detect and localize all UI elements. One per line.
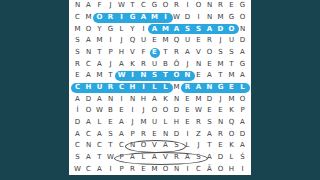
grid-cell[interactable]: D [215,152,226,164]
grid-cell[interactable]: E [72,70,83,82]
grid-cell[interactable]: R [215,128,226,140]
grid-cell[interactable]: R [105,12,116,24]
grid-cell[interactable]: E [226,0,237,12]
grid-cell[interactable]: I [127,105,138,117]
grid-cell[interactable]: R [193,117,204,129]
grid-cell[interactable]: Ś [237,152,248,164]
grid-cell[interactable]: M [94,70,105,82]
grid-cell[interactable]: L [237,82,248,94]
grid-cell[interactable]: S [72,152,83,164]
grid-cell[interactable]: W [116,70,127,82]
grid-cell[interactable]: I [105,163,116,175]
grid-cell[interactable]: O [193,0,204,12]
grid-cell[interactable]: J [138,105,149,117]
grid-cell[interactable]: A [72,128,83,140]
grid-cell[interactable]: A [193,82,204,94]
grid-cell[interactable]: H [127,82,138,94]
grid-cell[interactable]: S [193,23,204,35]
grid-cell[interactable]: M [149,12,160,24]
grid-cell[interactable]: M [83,12,94,24]
grid-cell[interactable]: Ã [204,163,215,175]
grid-cell[interactable]: O [237,12,248,24]
grid-cell[interactable]: N [83,140,94,152]
grid-cell[interactable]: I [138,23,149,35]
grid-cell[interactable]: A [116,58,127,70]
grid-cell[interactable]: D [237,35,248,47]
grid-cell[interactable]: E [182,117,193,129]
grid-cell[interactable]: P [127,128,138,140]
grid-cell[interactable]: P [105,47,116,59]
grid-cell[interactable]: F [94,0,105,12]
grid-cell[interactable]: N [193,58,204,70]
grid-cell[interactable]: A [94,58,105,70]
grid-cell[interactable]: E [193,70,204,82]
grid-cell[interactable]: D [182,12,193,24]
grid-cell[interactable]: S [72,35,83,47]
grid-cell[interactable]: O [160,0,171,12]
grid-cell[interactable]: O [160,105,171,117]
grid-cell[interactable]: T [127,0,138,12]
grid-cell[interactable]: I [116,93,127,105]
grid-cell[interactable]: Y [127,23,138,35]
grid-cell[interactable]: N [138,70,149,82]
grid-cell[interactable]: N [105,93,116,105]
grid-cell[interactable]: G [149,0,160,12]
grid-cell[interactable]: I [182,0,193,12]
grid-cell[interactable]: O [204,47,215,59]
grid-cell[interactable]: A [138,12,149,24]
grid-cell[interactable]: E [204,58,215,70]
grid-cell[interactable]: G [127,12,138,24]
grid-cell[interactable]: H [116,47,127,59]
grid-cell[interactable]: U [226,35,237,47]
grid-cell[interactable]: T [105,140,116,152]
grid-cell[interactable]: S [149,70,160,82]
grid-cell[interactable]: M [171,82,182,94]
grid-cell[interactable]: F [138,47,149,59]
grid-cell[interactable]: B [160,58,171,70]
grid-cell[interactable]: W [94,105,105,117]
grid-cell[interactable]: A [149,93,160,105]
grid-cell[interactable]: D [215,23,226,35]
grid-cell[interactable]: D [72,117,83,129]
grid-cell[interactable]: P [237,105,248,117]
word-search-board: NAFJWTCGORIONREGCMORIGAMIWDINMGOMOYGLYIA… [69,0,251,175]
grid-cell[interactable]: R [204,35,215,47]
grid-cell[interactable]: L [149,82,160,94]
grid-cell[interactable]: D [237,128,248,140]
grid-cell[interactable]: H [171,117,182,129]
grid-cell[interactable]: H [226,163,237,175]
grid-cell[interactable]: G [237,58,248,70]
grid-cell[interactable]: L [94,117,105,129]
grid-cell[interactable]: J [116,35,127,47]
grid-cell[interactable]: T [204,140,215,152]
grid-cell[interactable]: N [237,23,248,35]
grid-cell[interactable]: M [149,163,160,175]
grid-cell[interactable]: I [105,35,116,47]
grid-cell[interactable]: O [226,128,237,140]
grid-cell[interactable]: C [94,140,105,152]
grid-cell[interactable]: C [72,140,83,152]
grid-cell[interactable]: C [193,163,204,175]
grid-cell[interactable]: T [94,152,105,164]
grid-cell[interactable]: A [116,128,127,140]
grid-cell[interactable]: A [237,70,248,82]
grid-cell[interactable]: I [116,12,127,24]
grid-cell[interactable]: M [138,117,149,129]
grid-cell[interactable]: E [105,117,116,129]
grid-cell[interactable]: G [226,12,237,24]
grid-cell[interactable]: O [83,105,94,117]
grid-cell[interactable]: I [182,163,193,175]
grid-cell[interactable]: S [204,117,215,129]
grid-cell[interactable]: D [83,93,94,105]
grid-cell[interactable]: T [105,70,116,82]
grid-cell[interactable]: S [105,128,116,140]
circled-word-outline [125,140,186,153]
grid-cell[interactable]: Z [193,128,204,140]
grid-cell[interactable]: A [116,117,127,129]
grid-cell[interactable]: A [72,93,83,105]
grid-cell[interactable]: R [138,58,149,70]
grid-cell[interactable]: K [127,58,138,70]
grid-cell[interactable]: C [116,82,127,94]
grid-cell[interactable]: S [182,23,193,35]
grid-cell[interactable]: A [237,140,248,152]
grid-cell[interactable]: R [72,58,83,70]
grid-cell[interactable]: N [204,82,215,94]
grid-cell[interactable]: M [160,35,171,47]
grid-cell[interactable]: R [171,47,182,59]
grid-cell[interactable]: A [182,47,193,59]
grid-cell[interactable]: Q [127,35,138,47]
grid-cell[interactable]: I [160,12,171,24]
grid-cell[interactable]: A [83,35,94,47]
grid-cell[interactable]: T [160,70,171,82]
grid-cell[interactable]: C [83,58,94,70]
grid-cell[interactable]: C [138,0,149,12]
grid-cell[interactable]: S [72,47,83,59]
grid-cell[interactable]: A [204,70,215,82]
grid-cell[interactable]: Q [226,117,237,129]
grid-cell[interactable]: R [171,0,182,12]
grid-cell[interactable]: R [138,128,149,140]
grid-cell[interactable]: U [182,35,193,47]
grid-cell[interactable]: C [72,12,83,24]
grid-cell[interactable]: Ô [171,58,182,70]
grid-cell[interactable]: A [83,70,94,82]
grid-cell[interactable]: J [193,140,204,152]
grid-cell[interactable]: A [204,23,215,35]
grid-cell[interactable]: R [215,0,226,12]
grid-cell[interactable]: K [226,105,237,117]
grid-cell[interactable]: O [94,12,105,24]
grid-cell[interactable]: A [94,93,105,105]
grid-cell[interactable]: G [105,23,116,35]
grid-cell[interactable]: E [182,105,193,117]
grid-cell[interactable]: B [105,105,116,117]
grid-cell[interactable]: H [83,82,94,94]
grid-cell[interactable]: U [138,35,149,47]
grid-cell[interactable]: O [215,163,226,175]
grid-cell[interactable]: A [94,163,105,175]
grid-cell[interactable]: E [116,105,127,117]
grid-cell[interactable]: E [149,35,160,47]
grid-cell[interactable]: N [182,70,193,82]
grid-cell[interactable]: I [127,70,138,82]
grid-cell[interactable]: L [160,82,171,94]
grid-cell[interactable]: E [215,105,226,117]
grid-cell[interactable]: E [138,163,149,175]
grid-cell[interactable]: N [83,47,94,59]
grid-cell[interactable]: M [226,70,237,82]
grid-cell[interactable]: E [149,128,160,140]
grid-cell[interactable]: D [171,105,182,117]
grid-cell[interactable]: N [160,128,171,140]
grid-cell[interactable]: T [215,70,226,82]
grid-cell[interactable]: A [237,117,248,129]
grid-cell[interactable]: G [237,0,248,12]
grid-cell[interactable]: Q [171,35,182,47]
grid-cell[interactable]: C [83,128,94,140]
grid-cell[interactable]: J [105,58,116,70]
grid-cell[interactable]: U [149,117,160,129]
grid-cell[interactable]: I [237,163,248,175]
grid-cell[interactable]: I [138,82,149,94]
grid-cell[interactable]: W [116,0,127,12]
grid-cell[interactable]: C [83,163,94,175]
grid-cell[interactable]: I [182,128,193,140]
grid-cell[interactable]: R [105,82,116,94]
grid-cell[interactable]: E [182,93,193,105]
grid-cell[interactable]: V [127,47,138,59]
grid-cell[interactable]: N [171,93,182,105]
grid-cell[interactable]: J [215,93,226,105]
grid-cell[interactable]: V [193,47,204,59]
grid-cell[interactable]: A [94,128,105,140]
grid-cell[interactable]: K [160,93,171,105]
grid-cell[interactable]: A [83,117,94,129]
grid-cell[interactable]: D [171,128,182,140]
grid-cell[interactable]: W [171,12,182,24]
grid-cell[interactable]: S [215,47,226,59]
grid-cell[interactable]: R [127,163,138,175]
grid-cell[interactable]: U [94,82,105,94]
grid-cell[interactable]: M [215,58,226,70]
grid-cell[interactable]: K [226,140,237,152]
grid-cell[interactable]: N [171,163,182,175]
grid-cell[interactable]: A [237,47,248,59]
grid-cell[interactable]: M [215,12,226,24]
grid-cell[interactable]: O [160,163,171,175]
grid-cell[interactable]: W [72,163,83,175]
grid-cell[interactable]: I [193,12,204,24]
grid-cell[interactable]: L [226,152,237,164]
grid-cell[interactable]: A [171,23,182,35]
grid-cell[interactable]: M [72,23,83,35]
grid-cell[interactable]: W [193,105,204,117]
grid-cell[interactable]: U [149,58,160,70]
grid-cell[interactable]: J [182,58,193,70]
grid-cell[interactable]: L [116,23,127,35]
grid-cell[interactable]: O [83,23,94,35]
grid-cell[interactable]: Y [94,23,105,35]
grid-cell[interactable]: S [226,47,237,59]
grid-cell[interactable]: J [215,35,226,47]
thumbnail-canvas: NAFJWTCGORIONREGCMORIGAMIWDINMGOMOYGLYIA… [0,0,320,180]
grid-cell[interactable]: N [72,0,83,12]
grid-cell[interactable]: E [226,82,237,94]
grid-cell[interactable]: N [204,0,215,12]
grid-cell[interactable]: A [83,152,94,164]
grid-cell[interactable]: G [215,82,226,94]
grid-cell[interactable]: L [160,117,171,129]
grid-cell[interactable]: M [94,35,105,47]
grid-cell[interactable]: C [72,82,83,94]
grid-cell[interactable]: T [94,47,105,59]
grid-cell[interactable]: M [226,93,237,105]
grid-cell[interactable]: D [204,93,215,105]
grid-cell[interactable]: A [204,128,215,140]
grid-cell[interactable]: O [171,70,182,82]
grid-cell[interactable]: O [226,23,237,35]
grid-cell[interactable]: T [160,47,171,59]
grid-cell[interactable]: E [215,140,226,152]
grid-cell[interactable]: M [193,93,204,105]
grid-cell[interactable]: E [204,105,215,117]
grid-cell[interactable]: E [193,35,204,47]
grid-cell[interactable]: J [127,117,138,129]
grid-cell[interactable]: J [105,0,116,12]
grid-cell[interactable]: H [138,93,149,105]
grid-cell[interactable]: Í [72,105,83,117]
circled-word-outline [114,152,208,165]
grid-cell[interactable]: O [149,105,160,117]
grid-cell[interactable]: N [204,12,215,24]
letter-grid: NAFJWTCGORIONREGCMORIGAMIWDINMGOMOYGLYIA… [72,0,248,175]
grid-cell[interactable]: O [237,93,248,105]
grid-cell[interactable]: M [160,23,171,35]
grid-cell[interactable]: A [83,0,94,12]
grid-cell[interactable]: P [116,163,127,175]
grid-cell[interactable]: A [149,23,160,35]
grid-cell[interactable]: T [226,58,237,70]
grid-cell[interactable]: N [127,93,138,105]
grid-cell[interactable]: N [215,117,226,129]
grid-cell[interactable]: R [182,82,193,94]
grid-cell[interactable]: E [149,47,160,59]
